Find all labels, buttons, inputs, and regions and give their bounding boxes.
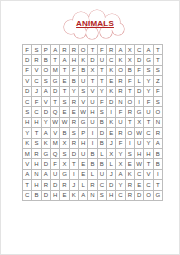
grid-cell-r5c2: J — [32, 87, 40, 96]
grid-cell-r14c10: D — [107, 180, 115, 189]
grid-cell-r13c3: A — [42, 170, 50, 179]
grid-cell-r13c9: U — [98, 170, 106, 179]
grid-cell-r11c14: H — [144, 149, 152, 158]
grid-cell-r6c12: O — [126, 97, 134, 106]
grid-cell-r7c4: Q — [51, 107, 59, 116]
grid-cell-r10c12: I — [126, 139, 134, 148]
grid-cell-r12c15: B — [154, 159, 162, 168]
grid-cell-r11c7: U — [79, 149, 87, 158]
grid-cell-r5c8: V — [88, 87, 96, 96]
grid-cell-r9c6: S — [70, 128, 78, 137]
grid-cell-r2c3: B — [42, 55, 50, 64]
grid-cell-r2c6: H — [70, 55, 78, 64]
grid-cell-r1c5: R — [60, 45, 68, 54]
grid-cell-r14c13: E — [135, 180, 143, 189]
grid-cell-r8c6: R — [70, 118, 78, 127]
grid-cell-r14c6: J — [70, 180, 78, 189]
grid-cell-r3c11: O — [116, 66, 124, 75]
grid-cell-r11c10: X — [107, 149, 115, 158]
grid-cell-r9c12: O — [126, 128, 134, 137]
grid-cell-r14c14: C — [144, 180, 152, 189]
grid-cell-r9c9: D — [98, 128, 106, 137]
grid-cell-r2c1: D — [23, 55, 31, 64]
grid-cell-r3c12: B — [126, 66, 134, 75]
grid-cell-r1c7: O — [79, 45, 87, 54]
grid-cell-r1c12: X — [126, 45, 134, 54]
grid-cell-r9c14: C — [144, 128, 152, 137]
grid-cell-r8c5: W — [60, 118, 68, 127]
grid-cell-r3c15: S — [154, 66, 162, 75]
grid-cell-r5c15: F — [154, 87, 162, 96]
grid-cell-r12c5: X — [60, 159, 68, 168]
grid-cell-r10c5: X — [60, 139, 68, 148]
puzzle-title: ANIMALS — [60, 19, 130, 28]
grid-cell-r4c8: T — [88, 76, 96, 85]
grid-cell-r14c9: C — [98, 180, 106, 189]
grid-cell-r9c15: R — [154, 128, 162, 137]
grid-cell-r7c12: R — [126, 107, 134, 116]
grid-cell-r1c9: F — [98, 45, 106, 54]
grid-cell-r9c7: P — [79, 128, 87, 137]
grid-cell-r15c14: O — [144, 191, 152, 200]
grid-cell-r8c12: T — [126, 118, 134, 127]
grid-cell-r13c11: A — [116, 170, 124, 179]
grid-cell-r13c7: E — [79, 170, 87, 179]
grid-cell-r4c3: S — [42, 76, 50, 85]
grid-cell-r8c14: T — [144, 118, 152, 127]
grid-cell-r6c9: F — [98, 97, 106, 106]
grid-cell-r4c2: C — [32, 76, 40, 85]
grid-cell-r10c8: I — [88, 139, 96, 148]
grid-cell-r4c12: F — [126, 76, 134, 85]
grid-cell-r2c2: R — [32, 55, 40, 64]
grid-cell-r3c10: K — [107, 66, 115, 75]
grid-cell-r1c4: A — [51, 45, 59, 54]
grid-cell-r12c7: E — [79, 159, 87, 168]
grid-cell-r14c1: T — [23, 180, 31, 189]
grid-cell-r15c3: D — [42, 191, 50, 200]
grid-cell-r8c2: H — [32, 118, 40, 127]
grid-cell-r7c11: F — [116, 107, 124, 116]
grid-cell-r1c11: A — [116, 45, 124, 54]
grid-cell-r15c2: B — [32, 191, 40, 200]
grid-cell-r9c2: T — [32, 128, 40, 137]
grid-cell-r11c9: L — [98, 149, 106, 158]
grid-cell-r11c5: S — [60, 149, 68, 158]
grid-cell-r9c4: V — [51, 128, 59, 137]
grid-cell-r7c5: E — [60, 107, 68, 116]
grid-cell-r10c3: K — [42, 139, 50, 148]
grid-cell-r6c3: V — [42, 97, 50, 106]
grid-cell-r12c9: B — [98, 159, 106, 168]
grid-cell-r2c10: C — [107, 55, 115, 64]
grid-cell-r3c8: X — [88, 66, 96, 75]
grid-cell-r1c10: R — [107, 45, 115, 54]
grid-cell-r1c1: F — [23, 45, 31, 54]
grid-cell-r1c13: C — [135, 45, 143, 54]
grid-cell-r9c5: B — [60, 128, 68, 137]
grid-cell-r7c15: O — [154, 107, 162, 116]
grid-cell-r15c4: H — [51, 191, 59, 200]
grid-cell-r2c14: G — [144, 55, 152, 64]
grid-cell-r5c13: D — [135, 87, 143, 96]
grid-cell-r12c8: B — [88, 159, 96, 168]
grid-cell-r4c1: V — [23, 76, 31, 85]
grid-cell-r10c6: R — [70, 139, 78, 148]
grid-cell-r12c12: E — [126, 159, 134, 168]
grid-cell-r4c10: E — [107, 76, 115, 85]
grid-cell-r11c6: D — [70, 149, 78, 158]
grid-cell-r14c7: L — [79, 180, 87, 189]
grid-cell-r5c5: T — [60, 87, 68, 96]
grid-cell-r15c10: H — [107, 191, 115, 200]
grid-cell-r10c2: S — [32, 139, 40, 148]
grid-cell-r8c15: N — [154, 118, 162, 127]
grid-cell-r15c11: C — [116, 191, 124, 200]
grid-cell-r12c2: H — [32, 159, 40, 168]
grid-cell-r14c2: H — [32, 180, 40, 189]
grid-cell-r4c14: Y — [144, 76, 152, 85]
grid-cell-r11c3: G — [42, 149, 50, 158]
grid-cell-r11c2: R — [32, 149, 40, 158]
grid-cell-r3c7: B — [79, 66, 87, 75]
grid-cell-r7c3: D — [42, 107, 50, 116]
grid-cell-r15c13: D — [135, 191, 143, 200]
grid-cell-r10c11: F — [116, 139, 124, 148]
grid-cell-r8c7: G — [79, 118, 87, 127]
grid-cell-r13c10: J — [107, 170, 115, 179]
grid-cell-r1c6: R — [70, 45, 78, 54]
grid-cell-r13c1: A — [23, 170, 31, 179]
grid-cell-r7c6: E — [70, 107, 78, 116]
grid-cell-r4c4: G — [51, 76, 59, 85]
grid-cell-r8c11: U — [116, 118, 124, 127]
grid-cell-r15c6: K — [70, 191, 78, 200]
grid-cell-r2c4: T — [51, 55, 59, 64]
grid-cell-r3c3: O — [42, 66, 50, 75]
grid-cell-r2c15: T — [154, 55, 162, 64]
grid-cell-r8c3: Y — [42, 118, 50, 127]
grid-cell-r6c11: N — [116, 97, 124, 106]
grid-cell-r13c5: G — [60, 170, 68, 179]
grid-cell-r7c2: C — [32, 107, 40, 116]
grid-cell-r6c4: T — [51, 97, 59, 106]
grid-cell-r12c10: L — [107, 159, 115, 168]
grid-cell-r5c4: D — [51, 87, 59, 96]
worksheet-page: ANIMALS FSPARROTFRAXCATDRBTAHKDUCKXDGTFV… — [0, 0, 180, 255]
grid-cell-r5c7: S — [79, 87, 87, 96]
grid-cell-r13c13: C — [135, 170, 143, 179]
grid-cell-r6c1: C — [23, 97, 31, 106]
grid-cell-r11c8: B — [88, 149, 96, 158]
grid-cell-r12c1: V — [23, 159, 31, 168]
grid-cell-r11c11: Y — [116, 149, 124, 158]
grid-cell-r14c3: R — [42, 180, 50, 189]
grid-cell-r9c3: A — [42, 128, 50, 137]
grid-cell-r1c8: T — [88, 45, 96, 54]
grid-cell-r13c2: N — [32, 170, 40, 179]
grid-cell-r6c15: S — [154, 97, 162, 106]
grid-cell-r13c6: I — [70, 170, 78, 179]
grid-cell-r10c7: H — [79, 139, 87, 148]
grid-cell-r15c8: N — [88, 191, 96, 200]
grid-cell-r3c4: M — [51, 66, 59, 75]
grid-cell-r6c8: U — [88, 97, 96, 106]
grid-cell-r3c5: T — [60, 66, 68, 75]
grid-cell-r7c14: U — [144, 107, 152, 116]
grid-cell-r3c14: S — [144, 66, 152, 75]
grid-cell-r13c14: V — [144, 170, 152, 179]
grid-cell-r15c1: C — [23, 191, 31, 200]
grid-cell-r10c14: Y — [144, 139, 152, 148]
grid-cell-r4c13: L — [135, 76, 143, 85]
grid-cell-r14c5: R — [60, 180, 68, 189]
grid-cell-r14c8: R — [88, 180, 96, 189]
grid-cell-r5c1: D — [23, 87, 31, 96]
grid-cell-r7c9: S — [98, 107, 106, 116]
grid-cell-r6c14: F — [144, 97, 152, 106]
grid-cell-r15c15: G — [154, 191, 162, 200]
grid-cell-r10c13: U — [135, 139, 143, 148]
grid-cell-r4c9: T — [98, 76, 106, 85]
grid-cell-r3c2: V — [32, 66, 40, 75]
grid-cell-r4c7: U — [79, 76, 87, 85]
grid-cell-r5c3: A — [42, 87, 50, 96]
grid-cell-r14c15: T — [154, 180, 162, 189]
grid-cell-r11c1: M — [23, 149, 31, 158]
grid-cell-r12c13: W — [135, 159, 143, 168]
grid-cell-r2c11: K — [116, 55, 124, 64]
grid-cell-r9c10: E — [107, 128, 115, 137]
grid-cell-r1c2: S — [32, 45, 40, 54]
grid-cell-r15c5: E — [60, 191, 68, 200]
grid-cell-r13c4: U — [51, 170, 59, 179]
grid-cell-r10c15: A — [154, 139, 162, 148]
grid-cell-r10c4: M — [51, 139, 59, 148]
grid-cell-r8c13: X — [135, 118, 143, 127]
grid-cell-r12c3: D — [42, 159, 50, 168]
grid-cell-r6c13: I — [135, 97, 143, 106]
grid-cell-r8c4: W — [51, 118, 59, 127]
grid-cell-r2c8: D — [88, 55, 96, 64]
grid-cell-r10c1: K — [23, 139, 31, 148]
grid-cell-r8c10: K — [107, 118, 115, 127]
grid-cell-r7c1: S — [23, 107, 31, 116]
grid-cell-r10c10: J — [107, 139, 115, 148]
grid-cell-r14c4: D — [51, 180, 59, 189]
grid-cell-r13c12: K — [126, 170, 134, 179]
grid-cell-r13c15: I — [154, 170, 162, 179]
grid-cell-r5c9: Y — [98, 87, 106, 96]
grid-cell-r4c5: E — [60, 76, 68, 85]
grid-cell-r12c14: T — [144, 159, 152, 168]
grid-cell-r1c14: A — [144, 45, 152, 54]
grid-cell-r9c13: W — [135, 128, 143, 137]
grid-cell-r6c10: D — [107, 97, 115, 106]
grid-cell-r3c6: F — [70, 66, 78, 75]
grid-cell-r15c7: A — [79, 191, 87, 200]
grid-cell-r8c8: U — [88, 118, 96, 127]
grid-cell-r8c9: B — [98, 118, 106, 127]
grid-cell-r11c12: S — [126, 149, 134, 158]
grid-cell-r5c11: R — [116, 87, 124, 96]
grid-cell-r6c7: V — [79, 97, 87, 106]
grid-cell-r10c9: B — [98, 139, 106, 148]
grid-cell-r2c7: K — [79, 55, 87, 64]
grid-cell-r9c8: I — [88, 128, 96, 137]
grid-cell-r2c5: A — [60, 55, 68, 64]
grid-cell-r5c12: T — [126, 87, 134, 96]
title-banner: ANIMALS — [60, 9, 130, 41]
grid-cell-r15c9: S — [98, 191, 106, 200]
grid-cell-r3c1: F — [23, 66, 31, 75]
grid-cell-r6c2: F — [32, 97, 40, 106]
grid-cell-r6c5: S — [60, 97, 68, 106]
grid-cell-r11c15: B — [154, 149, 162, 158]
grid-cell-r14c11: Y — [116, 180, 124, 189]
grid-cell-r1c15: T — [154, 45, 162, 54]
grid-cell-r2c12: X — [126, 55, 134, 64]
grid-cell-r7c10: I — [107, 107, 115, 116]
grid-cell-r6c6: R — [70, 97, 78, 106]
grid-cell-r5c14: Y — [144, 87, 152, 96]
grid-cell-r12c4: F — [51, 159, 59, 168]
grid-cell-r14c12: R — [126, 180, 134, 189]
grid-cell-r9c1: Y — [23, 128, 31, 137]
grid-cell-r8c1: H — [23, 118, 31, 127]
grid-cell-r2c9: U — [98, 55, 106, 64]
word-search-grid: FSPARROTFRAXCATDRBTAHKDUCKXDGTFVOMTFBXTK… — [22, 44, 163, 201]
grid-cell-r4c11: R — [116, 76, 124, 85]
grid-cell-r11c4: Q — [51, 149, 59, 158]
grid-cell-r13c8: L — [88, 170, 96, 179]
grid-cell-r4c6: B — [70, 76, 78, 85]
grid-cell-r7c8: H — [88, 107, 96, 116]
grid-cell-r12c11: X — [116, 159, 124, 168]
grid-cell-r4c15: Z — [154, 76, 162, 85]
grid-cell-r15c12: R — [126, 191, 134, 200]
grid-cell-r7c7: W — [79, 107, 87, 116]
grid-cell-r11c13: H — [135, 149, 143, 158]
grid-cell-r3c9: T — [98, 66, 106, 75]
grid-cell-r2c13: D — [135, 55, 143, 64]
grid-cell-r3c13: F — [135, 66, 143, 75]
grid-cell-r12c6: T — [70, 159, 78, 168]
grid-cell-r5c10: K — [107, 87, 115, 96]
grid-cell-r7c13: G — [135, 107, 143, 116]
grid-cell-r5c6: Y — [70, 87, 78, 96]
grid-cell-r9c11: R — [116, 128, 124, 137]
grid-cell-r1c3: P — [42, 45, 50, 54]
